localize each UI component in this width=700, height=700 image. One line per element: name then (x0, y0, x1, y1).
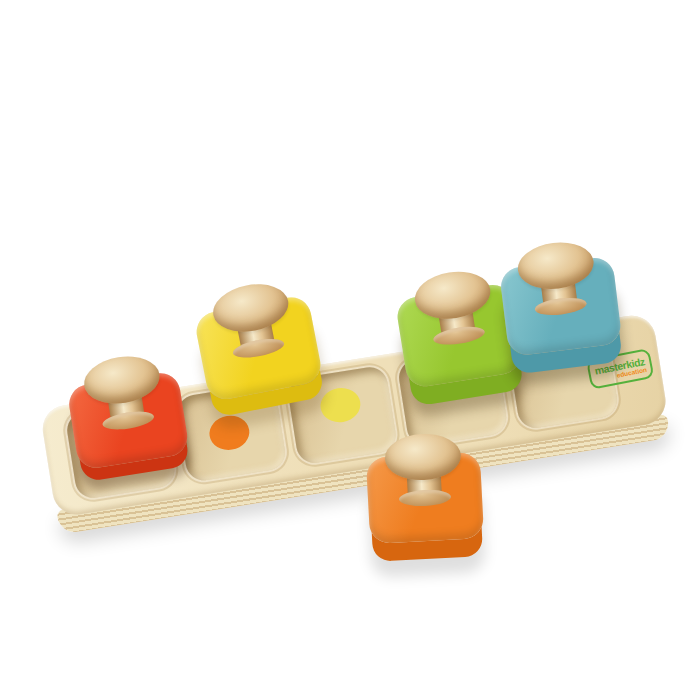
wooden-knob (209, 278, 297, 363)
wooden-knob (81, 351, 167, 434)
block-red[interactable] (66, 370, 190, 470)
orange-dot (207, 413, 252, 453)
wooden-knob (412, 267, 498, 350)
knob-base (399, 489, 452, 508)
knob-cap (384, 432, 462, 482)
block-orange[interactable] (366, 452, 484, 544)
product-photo-scene: masterkidz education (0, 0, 700, 700)
yellow-dot (318, 385, 363, 425)
wooden-knob (384, 432, 464, 508)
knob-cap (412, 267, 494, 324)
knob-cap (515, 238, 596, 293)
wooden-knob (515, 238, 599, 319)
puzzle-board: masterkidz education (30, 253, 675, 557)
knob-cap (209, 278, 292, 338)
knob-cap (81, 351, 163, 408)
block-blue[interactable] (499, 256, 623, 357)
